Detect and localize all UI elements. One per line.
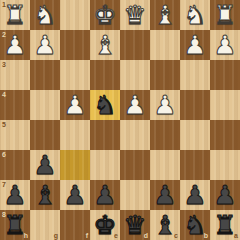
square-h4[interactable]: 4 bbox=[0, 90, 30, 120]
square-e1[interactable]: ♚ bbox=[90, 0, 120, 30]
square-c6[interactable] bbox=[150, 150, 180, 180]
square-d4[interactable]: ♟ bbox=[120, 90, 150, 120]
square-g8[interactable]: g bbox=[30, 210, 60, 240]
piece-black-pawn[interactable]: ♟ bbox=[153, 180, 176, 210]
piece-white-pawn[interactable]: ♟ bbox=[183, 30, 206, 60]
piece-white-pawn[interactable]: ♟ bbox=[153, 90, 176, 120]
piece-white-pawn[interactable]: ♟ bbox=[213, 30, 236, 60]
square-a3[interactable] bbox=[210, 60, 240, 90]
square-g3[interactable] bbox=[30, 60, 60, 90]
square-f7[interactable]: ♟ bbox=[60, 180, 90, 210]
square-b8[interactable]: b♞ bbox=[180, 210, 210, 240]
piece-white-bishop[interactable]: ♝ bbox=[93, 30, 116, 60]
piece-white-pawn[interactable]: ♟ bbox=[33, 30, 56, 60]
square-a5[interactable] bbox=[210, 120, 240, 150]
square-d2[interactable] bbox=[120, 30, 150, 60]
square-f3[interactable] bbox=[60, 60, 90, 90]
square-h2[interactable]: 2♟ bbox=[0, 30, 30, 60]
piece-white-queen[interactable]: ♛ bbox=[123, 0, 146, 30]
piece-black-pawn[interactable]: ♟ bbox=[3, 180, 26, 210]
rank-label-4: 4 bbox=[2, 91, 6, 98]
square-g2[interactable]: ♟ bbox=[30, 30, 60, 60]
piece-black-pawn[interactable]: ♟ bbox=[93, 180, 116, 210]
square-g5[interactable] bbox=[30, 120, 60, 150]
piece-black-bishop[interactable]: ♝ bbox=[153, 210, 176, 240]
piece-black-bishop[interactable]: ♝ bbox=[33, 180, 56, 210]
square-e5[interactable] bbox=[90, 120, 120, 150]
square-h8[interactable]: 8h♜ bbox=[0, 210, 30, 240]
square-c2[interactable] bbox=[150, 30, 180, 60]
square-e7[interactable]: ♟ bbox=[90, 180, 120, 210]
piece-black-pawn[interactable]: ♟ bbox=[183, 180, 206, 210]
square-b5[interactable] bbox=[180, 120, 210, 150]
piece-white-knight[interactable]: ♞ bbox=[33, 0, 56, 30]
square-d6[interactable] bbox=[120, 150, 150, 180]
square-d8[interactable]: d♛ bbox=[120, 210, 150, 240]
square-d5[interactable] bbox=[120, 120, 150, 150]
square-d1[interactable]: ♛ bbox=[120, 0, 150, 30]
piece-black-pawn[interactable]: ♟ bbox=[213, 180, 236, 210]
piece-black-rook[interactable]: ♜ bbox=[213, 210, 236, 240]
square-b3[interactable] bbox=[180, 60, 210, 90]
square-c8[interactable]: c♝ bbox=[150, 210, 180, 240]
rank-label-6: 6 bbox=[2, 151, 6, 158]
square-g6[interactable]: ♟ bbox=[30, 150, 60, 180]
square-b7[interactable]: ♟ bbox=[180, 180, 210, 210]
square-e6[interactable] bbox=[90, 150, 120, 180]
file-label-f: f bbox=[86, 232, 88, 239]
square-a2[interactable]: ♟ bbox=[210, 30, 240, 60]
square-a7[interactable]: ♟ bbox=[210, 180, 240, 210]
square-c1[interactable]: ♝ bbox=[150, 0, 180, 30]
square-b2[interactable]: ♟ bbox=[180, 30, 210, 60]
square-b4[interactable] bbox=[180, 90, 210, 120]
chess-board[interactable]: 1♜♞♚♛♝♞♜2♟♟♝♟♟34♟♞♟♟56♟7♟♝♟♟♟♟♟8h♜gfe♚d♛… bbox=[0, 0, 240, 240]
piece-white-rook[interactable]: ♜ bbox=[213, 0, 236, 30]
square-e3[interactable] bbox=[90, 60, 120, 90]
piece-black-knight[interactable]: ♞ bbox=[183, 210, 206, 240]
square-a4[interactable] bbox=[210, 90, 240, 120]
piece-white-knight[interactable]: ♞ bbox=[183, 0, 206, 30]
file-label-g: g bbox=[54, 232, 58, 239]
square-a6[interactable] bbox=[210, 150, 240, 180]
square-a1[interactable]: ♜ bbox=[210, 0, 240, 30]
square-f2[interactable] bbox=[60, 30, 90, 60]
piece-white-king[interactable]: ♚ bbox=[93, 0, 116, 30]
piece-white-pawn[interactable]: ♟ bbox=[3, 30, 26, 60]
square-e8[interactable]: e♚ bbox=[90, 210, 120, 240]
piece-black-king[interactable]: ♚ bbox=[93, 210, 116, 240]
square-c4[interactable]: ♟ bbox=[150, 90, 180, 120]
rank-label-3: 3 bbox=[2, 61, 6, 68]
square-d7[interactable] bbox=[120, 180, 150, 210]
piece-black-pawn[interactable]: ♟ bbox=[63, 180, 86, 210]
square-f1[interactable] bbox=[60, 0, 90, 30]
piece-black-knight[interactable]: ♞ bbox=[93, 90, 116, 120]
square-h5[interactable]: 5 bbox=[0, 120, 30, 150]
square-c3[interactable] bbox=[150, 60, 180, 90]
square-g7[interactable]: ♝ bbox=[30, 180, 60, 210]
square-f8[interactable]: f bbox=[60, 210, 90, 240]
square-f5[interactable] bbox=[60, 120, 90, 150]
piece-white-pawn[interactable]: ♟ bbox=[63, 90, 86, 120]
square-h1[interactable]: 1♜ bbox=[0, 0, 30, 30]
square-a8[interactable]: a♜ bbox=[210, 210, 240, 240]
square-e2[interactable]: ♝ bbox=[90, 30, 120, 60]
square-g4[interactable] bbox=[30, 90, 60, 120]
square-b1[interactable]: ♞ bbox=[180, 0, 210, 30]
square-d3[interactable] bbox=[120, 60, 150, 90]
square-h3[interactable]: 3 bbox=[0, 60, 30, 90]
square-g1[interactable]: ♞ bbox=[30, 0, 60, 30]
piece-black-queen[interactable]: ♛ bbox=[123, 210, 146, 240]
piece-white-bishop[interactable]: ♝ bbox=[153, 0, 176, 30]
square-b6[interactable] bbox=[180, 150, 210, 180]
square-c7[interactable]: ♟ bbox=[150, 180, 180, 210]
piece-white-pawn[interactable]: ♟ bbox=[123, 90, 146, 120]
square-h7[interactable]: 7♟ bbox=[0, 180, 30, 210]
piece-black-rook[interactable]: ♜ bbox=[3, 210, 26, 240]
piece-black-pawn[interactable]: ♟ bbox=[33, 150, 56, 180]
square-f4[interactable]: ♟ bbox=[60, 90, 90, 120]
square-e4[interactable]: ♞ bbox=[90, 90, 120, 120]
piece-white-rook[interactable]: ♜ bbox=[3, 0, 26, 30]
square-h6[interactable]: 6 bbox=[0, 150, 30, 180]
square-f6[interactable] bbox=[60, 150, 90, 180]
square-c5[interactable] bbox=[150, 120, 180, 150]
rank-label-5: 5 bbox=[2, 121, 6, 128]
